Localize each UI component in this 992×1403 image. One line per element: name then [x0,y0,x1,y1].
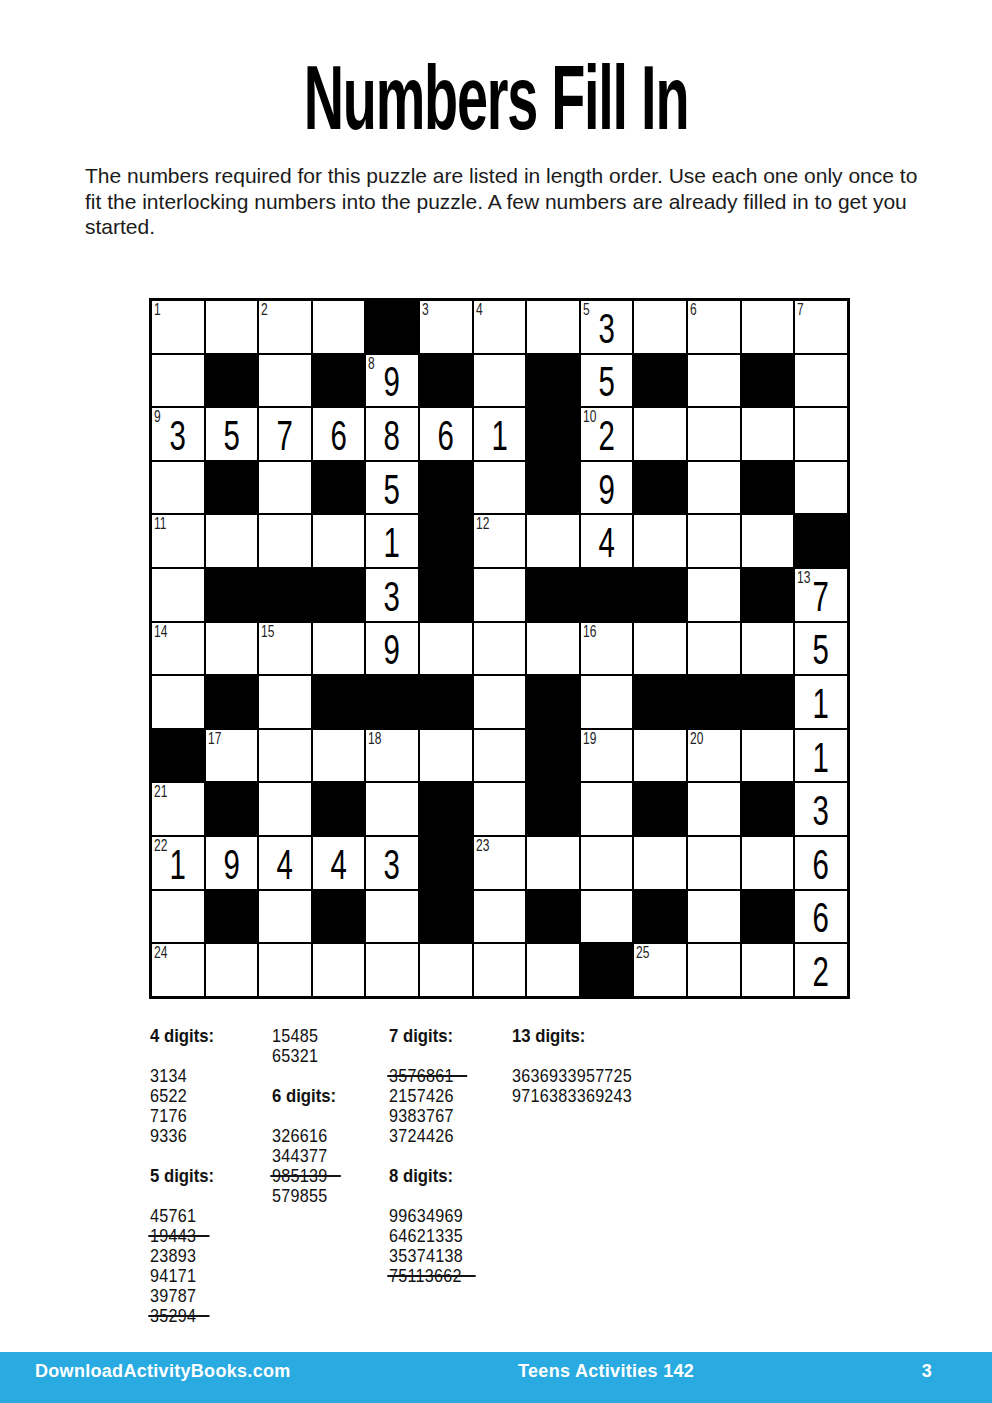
grid-cell[interactable] [151,461,205,515]
list-gap [272,1106,345,1126]
grid-cell[interactable] [419,729,473,783]
grid-cell[interactable]: 18 [365,729,419,783]
cell-value: 3 [803,783,839,835]
cell-value: 2 [588,408,624,460]
grid-cell[interactable]: 221 [151,836,205,890]
grid-cell[interactable]: 7 [794,300,848,354]
list-line: 15485 [272,1026,345,1046]
list-line: 3576861 [389,1066,476,1086]
grid-cell[interactable] [205,943,259,997]
grid-cell-black [526,675,580,729]
list-gap [272,1066,345,1086]
cell-value: 8 [374,408,410,460]
list-line: 8 digits: [389,1166,476,1186]
list-number: 94171 [150,1266,196,1286]
grid-cell[interactable] [794,407,848,461]
list-line: 99634969 [389,1206,476,1226]
grid-cell[interactable] [473,461,527,515]
grid-cell[interactable] [473,568,527,622]
grid-cell[interactable]: 9 [580,461,634,515]
grid-cell[interactable] [687,622,741,676]
list-column-2: 15485653216 digits:326616344377985139579… [272,1026,345,1206]
list-gap [389,1186,476,1206]
footer-bar: DownloadActivityBooks.com Teens Activiti… [0,1352,992,1403]
grid-cell-black [741,890,795,944]
clue-number: 1 [154,301,161,318]
clue-number: 24 [154,944,167,961]
grid-cell[interactable]: 1 [365,514,419,568]
grid-cell[interactable]: 53 [580,300,634,354]
list-line: 23893 [150,1246,223,1266]
grid-cell[interactable]: 5 [205,407,259,461]
grid-cell-black [205,568,259,622]
list-line: 6522 [150,1086,223,1106]
clue-number: 2 [261,301,268,318]
list-header: 8 digits: [389,1166,453,1186]
grid-cell[interactable] [365,890,419,944]
puzzle-grid: 1234536789593576861102591111243137141591… [149,298,850,999]
list-number: 3576861 [389,1066,454,1086]
list-number: 2157426 [389,1086,454,1106]
grid-cell[interactable]: 4 [312,836,366,890]
grid-cell-black [633,354,687,408]
grid-cell[interactable] [473,729,527,783]
list-number: 35294 [150,1306,196,1326]
grid-cell-black [151,729,205,783]
list-line: 326616 [272,1126,345,1146]
grid-cell[interactable] [526,836,580,890]
grid-cell[interactable] [687,836,741,890]
cell-value: 9 [374,623,410,675]
cell-value: 6 [321,408,357,460]
list-line: 39787 [150,1286,223,1306]
grid-cell-black [205,461,259,515]
grid-cell[interactable]: 23 [473,836,527,890]
list-line: 6 digits: [272,1086,345,1106]
list-header: 7 digits: [389,1026,453,1046]
grid-cell[interactable] [687,461,741,515]
grid-cell[interactable]: 21 [151,782,205,836]
list-line: 45761 [150,1206,223,1226]
list-line: 94171 [150,1266,223,1286]
cell-value: 1 [160,837,196,889]
grid-cell[interactable] [312,514,366,568]
grid-cell[interactable]: 4 [473,300,527,354]
grid-cell[interactable] [312,300,366,354]
grid-cell[interactable] [687,568,741,622]
grid-cell[interactable] [205,622,259,676]
list-number: 7176 [150,1106,187,1126]
list-number: 75113662 [389,1266,462,1286]
list-line: 13 digits: [512,1026,653,1046]
list-line: 5 digits: [150,1166,223,1186]
cell-value: 6 [428,408,464,460]
grid-cell[interactable]: 137 [794,568,848,622]
grid-cell-black [633,782,687,836]
list-line: 19443 [150,1226,223,1246]
list-number: 64621335 [389,1226,463,1246]
clue-number: 11 [154,515,166,532]
grid-cell[interactable]: 6 [419,407,473,461]
grid-cell[interactable]: 3 [794,782,848,836]
grid-cell-black [526,729,580,783]
list-line: 4 digits: [150,1026,223,1046]
list-column-3: 7 digits:35768612157426938376737244268 d… [389,1026,476,1286]
grid-cell[interactable]: 6 [687,300,741,354]
clue-number: 20 [690,730,703,747]
grid-cell-black [419,890,473,944]
puzzle-instructions: The numbers required for this puzzle are… [85,163,921,240]
grid-cell[interactable]: 3 [365,568,419,622]
list-line: 3134 [150,1066,223,1086]
grid-cell-black [419,354,473,408]
grid-cell[interactable] [151,675,205,729]
list-line: 985139 [272,1166,345,1186]
cell-value: 6 [803,891,839,943]
list-number: 23893 [150,1246,196,1266]
clue-number: 17 [208,730,221,747]
list-line: 75113662 [389,1266,476,1286]
grid-cell-black [419,782,473,836]
list-header: 4 digits: [150,1026,214,1046]
grid-cell-black [419,514,473,568]
list-number: 9336 [150,1126,187,1146]
grid-cell[interactable] [419,622,473,676]
grid-cell-black [526,407,580,461]
cell-value: 1 [803,676,839,728]
list-number: 65321 [272,1046,318,1066]
grid-cell-black [526,568,580,622]
grid-cell[interactable] [633,514,687,568]
grid-cell[interactable] [258,782,312,836]
grid-cell-black [205,354,259,408]
footer-book-title: Teens Activities 142 [291,1361,922,1382]
list-number: 579855 [272,1186,327,1206]
cell-value: 2 [803,944,839,996]
list-line: 344377 [272,1146,345,1166]
cell-value: 7 [803,569,839,621]
grid-cell[interactable] [258,729,312,783]
grid-cell[interactable] [312,622,366,676]
clue-number: 23 [476,837,489,854]
grid-cell-black [312,675,366,729]
list-number: 3134 [150,1066,187,1086]
grid-cell[interactable] [473,782,527,836]
list-header: 6 digits: [272,1086,336,1106]
list-line: 9716383369243 [512,1086,653,1106]
grid-cell-black [526,461,580,515]
footer-site: DownloadActivityBooks.com [35,1361,291,1382]
grid-cell[interactable]: 1 [794,675,848,729]
grid-cell[interactable] [633,836,687,890]
cell-value: 4 [267,837,303,889]
cell-value: 9 [374,355,410,407]
list-header: 13 digits: [512,1026,585,1046]
grid-cell-black [633,675,687,729]
grid-cell[interactable] [205,300,259,354]
grid-cell[interactable] [419,943,473,997]
cell-value: 5 [213,408,249,460]
grid-cell-black [419,836,473,890]
grid-cell[interactable]: 2 [258,300,312,354]
grid-cell[interactable]: 2 [794,943,848,997]
clue-number: 18 [368,730,381,747]
grid-cell-black [526,354,580,408]
grid-cell-black [312,568,366,622]
grid-cell[interactable]: 9 [205,836,259,890]
grid-cell[interactable] [258,890,312,944]
list-number: 99634969 [389,1206,463,1226]
grid-cell-black [205,782,259,836]
cell-value: 1 [374,515,410,567]
grid-cell[interactable] [687,782,741,836]
grid-cell[interactable] [151,568,205,622]
cell-value: 1 [803,730,839,782]
grid-cell-black [526,782,580,836]
list-number: 15485 [272,1026,318,1046]
grid-cell[interactable] [473,890,527,944]
grid-cell[interactable] [312,943,366,997]
grid-cell[interactable] [794,461,848,515]
grid-cell[interactable] [633,729,687,783]
grid-cell[interactable]: 15 [258,622,312,676]
list-column-4: 13 digits:36369339577259716383369243 [512,1026,653,1106]
grid-cell[interactable]: 12 [473,514,527,568]
grid-cell[interactable]: 9 [365,622,419,676]
cell-value: 3 [160,408,196,460]
grid-cell[interactable]: 19 [580,729,634,783]
grid-cell[interactable] [687,354,741,408]
cell-value: 5 [374,462,410,514]
grid-cell-black [365,675,419,729]
grid-cell[interactable] [526,622,580,676]
page-title: Numbers Fill In [188,52,803,144]
list-number: 985139 [272,1166,327,1186]
grid-cell[interactable]: 7 [258,407,312,461]
list-line: 3724426 [389,1126,476,1146]
grid-cell[interactable] [741,300,795,354]
list-gap [150,1146,223,1166]
list-line: 3636933957725 [512,1066,653,1086]
list-line: 35374138 [389,1246,476,1266]
grid-cell[interactable]: 1 [794,729,848,783]
grid-cell[interactable] [794,354,848,408]
footer-page-number: 3 [922,1361,932,1382]
clue-number: 7 [797,301,804,318]
grid-cell[interactable] [473,675,527,729]
clue-number: 6 [690,301,697,318]
grid-cell[interactable]: 5 [580,354,634,408]
list-gap [512,1046,653,1066]
number-lists: 4 digits:31346522717693365 digits:457611… [150,1026,850,1326]
clue-number: 14 [154,623,167,640]
clue-number: 21 [154,783,167,800]
grid-cell[interactable]: 4 [580,514,634,568]
grid-cell-black [205,675,259,729]
grid-cell[interactable]: 3 [419,300,473,354]
grid-cell[interactable]: 6 [794,836,848,890]
clue-number: 15 [261,623,274,640]
grid-cell[interactable]: 14 [151,622,205,676]
grid-cell[interactable] [741,407,795,461]
grid-cell[interactable] [258,461,312,515]
cell-value: 3 [374,569,410,621]
cell-value: 4 [588,515,624,567]
list-line: 9383767 [389,1106,476,1126]
grid-cell-black [741,461,795,515]
list-line: 65321 [272,1046,345,1066]
grid-cell[interactable]: 5 [365,461,419,515]
clue-number: 12 [476,515,489,532]
grid-cell[interactable] [687,514,741,568]
grid-cell[interactable]: 6 [312,407,366,461]
grid-cell[interactable] [741,729,795,783]
grid-cell[interactable]: 6 [794,890,848,944]
list-line: 9336 [150,1126,223,1146]
grid-cell[interactable]: 4 [258,836,312,890]
grid-cell-black [633,461,687,515]
cell-value: 4 [321,837,357,889]
list-line: 35294 [150,1306,223,1326]
list-number: 9716383369243 [512,1086,632,1106]
grid-cell[interactable] [741,943,795,997]
grid-cell[interactable]: 3 [365,836,419,890]
grid-cell[interactable] [151,890,205,944]
grid-cell-black [580,568,634,622]
list-number: 3636933957725 [512,1066,632,1086]
list-column-1: 4 digits:31346522717693365 digits:457611… [150,1026,223,1326]
grid-cell-black [312,890,366,944]
grid-cell-black [633,568,687,622]
list-number: 344377 [272,1146,327,1166]
list-number: 9383767 [389,1106,454,1126]
grid-cell[interactable] [312,729,366,783]
grid-cell-black [312,782,366,836]
list-number: 35374138 [389,1246,463,1266]
cell-value: 5 [803,623,839,675]
cell-value: 9 [588,462,624,514]
grid-cell[interactable] [473,943,527,997]
list-number: 6522 [150,1086,187,1106]
grid-cell-black [312,354,366,408]
grid-cell[interactable] [741,514,795,568]
grid-cell[interactable] [258,354,312,408]
grid-cell[interactable] [580,836,634,890]
grid-cell[interactable] [580,890,634,944]
grid-cell[interactable] [258,514,312,568]
list-gap [150,1046,223,1066]
grid-cell[interactable] [687,890,741,944]
grid-cell[interactable]: 1 [473,407,527,461]
grid-cell[interactable] [473,354,527,408]
grid-cell-black [312,461,366,515]
grid-cell[interactable] [633,407,687,461]
list-number: 45761 [150,1206,196,1226]
grid-cell-black [687,675,741,729]
grid-cell[interactable] [687,943,741,997]
grid-cell[interactable]: 24 [151,943,205,997]
grid-cell-black [794,514,848,568]
grid-cell[interactable] [258,943,312,997]
grid-cell[interactable] [365,782,419,836]
grid-cell[interactable] [205,514,259,568]
list-line: 2157426 [389,1086,476,1106]
grid-cell[interactable] [580,782,634,836]
list-number: 39787 [150,1286,196,1306]
grid-cell[interactable]: 89 [365,354,419,408]
grid-cell-black [205,890,259,944]
list-number: 3724426 [389,1126,454,1146]
grid-cell-black [741,675,795,729]
grid-cell-black [258,568,312,622]
grid-cell[interactable] [365,943,419,997]
grid-cell[interactable]: 5 [794,622,848,676]
cell-value: 9 [213,837,249,889]
list-number: 326616 [272,1126,327,1146]
grid-cell[interactable] [741,622,795,676]
grid-cell-black [419,568,473,622]
grid-cell[interactable] [633,300,687,354]
list-line: 579855 [272,1186,345,1206]
grid-cell-black [526,890,580,944]
cell-value: 5 [588,355,624,407]
cell-value: 6 [803,837,839,889]
grid-cell[interactable] [741,836,795,890]
grid-cell-black [365,300,419,354]
grid-cell[interactable]: 1 [151,300,205,354]
grid-cell[interactable] [526,943,580,997]
grid-cell-black [741,354,795,408]
grid-cell[interactable] [526,514,580,568]
grid-cell[interactable]: 102 [580,407,634,461]
clue-number: 3 [422,301,429,318]
cell-value: 3 [374,837,410,889]
grid-cell[interactable] [258,675,312,729]
clue-number: 16 [583,623,596,640]
grid-cell[interactable]: 8 [365,407,419,461]
cell-value: 1 [481,408,517,460]
grid-cell-black [580,943,634,997]
grid-cell[interactable] [687,407,741,461]
grid-cell[interactable] [580,675,634,729]
list-line: 64621335 [389,1226,476,1246]
grid-cell-black [741,568,795,622]
grid-cell-black [419,461,473,515]
grid-cell-black [741,782,795,836]
grid-cell[interactable]: 25 [633,943,687,997]
list-gap [150,1186,223,1206]
list-gap [389,1146,476,1166]
grid-cell[interactable] [633,622,687,676]
grid-cell[interactable] [473,622,527,676]
list-line: 7176 [150,1106,223,1126]
grid-cell[interactable]: 17 [205,729,259,783]
cell-value: 3 [588,301,624,353]
grid-cell[interactable]: 11 [151,514,205,568]
clue-number: 19 [583,730,596,747]
grid-cell[interactable] [526,300,580,354]
grid-cell-black [419,675,473,729]
clue-number: 25 [636,944,649,961]
grid-cell[interactable]: 16 [580,622,634,676]
grid-cell[interactable]: 20 [687,729,741,783]
cell-value: 7 [267,408,303,460]
grid-cell[interactable]: 93 [151,407,205,461]
clue-number: 4 [476,301,483,318]
grid-cell-black [633,890,687,944]
grid-cell[interactable] [151,354,205,408]
list-header: 5 digits: [150,1166,214,1186]
